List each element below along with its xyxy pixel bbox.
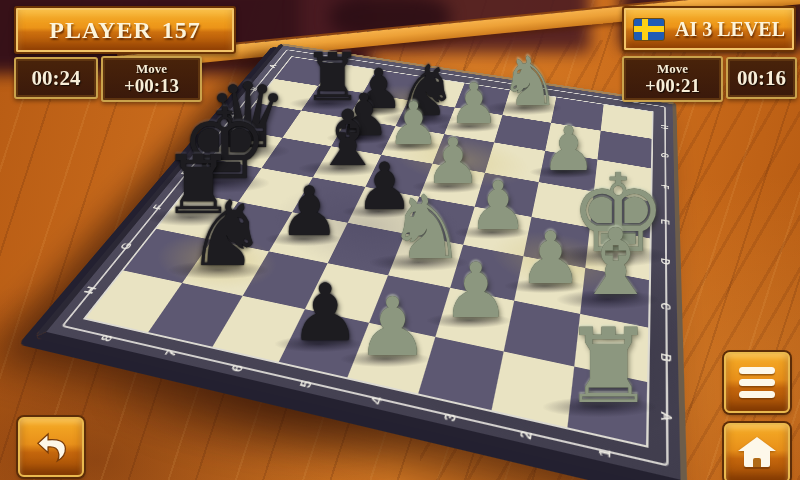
- player-number: 157: [162, 17, 201, 44]
- move-label: Move: [136, 62, 167, 76]
- player-name-label: PLAYER: [49, 17, 151, 44]
- white-rook-h1[interactable]: ♜: [557, 315, 660, 418]
- ai-move-bonus-box: Move +00:21: [622, 56, 723, 102]
- ai-time: 00:16: [737, 66, 786, 91]
- player-name-plaque: PLAYER 157: [14, 6, 236, 54]
- hamburger-menu-icon: [739, 367, 775, 398]
- ai-move-bonus: +00:21: [645, 76, 700, 96]
- game-screen: 87654321AHBGCFDEEDFCGBHA ♚♝♜♟♟♞♟♟♟♟♞♟♟♛♚…: [0, 0, 800, 480]
- white-pawn-g3[interactable]: ♟: [438, 253, 514, 329]
- white-knight-a3[interactable]: ♞: [496, 48, 564, 116]
- black-knight-g7[interactable]: ♞: [182, 189, 272, 279]
- white-pawn-b4[interactable]: ♟: [446, 76, 502, 132]
- ai-level-label: AI 3 LEVEL: [675, 18, 785, 41]
- ai-plaque: AI 3 LEVEL: [622, 6, 796, 52]
- undo-button[interactable]: [18, 417, 84, 477]
- menu-button[interactable]: [724, 352, 790, 413]
- player-clock: 00:24: [14, 57, 98, 99]
- player-time: 00:24: [32, 66, 81, 91]
- sweden-flag-icon: [633, 18, 665, 41]
- home-icon: [738, 437, 776, 469]
- black-pawn-f6[interactable]: ♟: [275, 178, 343, 246]
- player-move-bonus: +00:13: [124, 76, 179, 96]
- ai-clock: 00:16: [726, 57, 797, 99]
- player-move-bonus-box: Move +00:13: [101, 56, 202, 102]
- home-button[interactable]: [724, 423, 790, 480]
- white-pawn-h4[interactable]: ♟: [352, 287, 433, 368]
- white-bishop-f1[interactable]: ♝: [569, 217, 661, 309]
- move-label: Move: [657, 62, 688, 76]
- undo-arrow-icon: [33, 431, 69, 463]
